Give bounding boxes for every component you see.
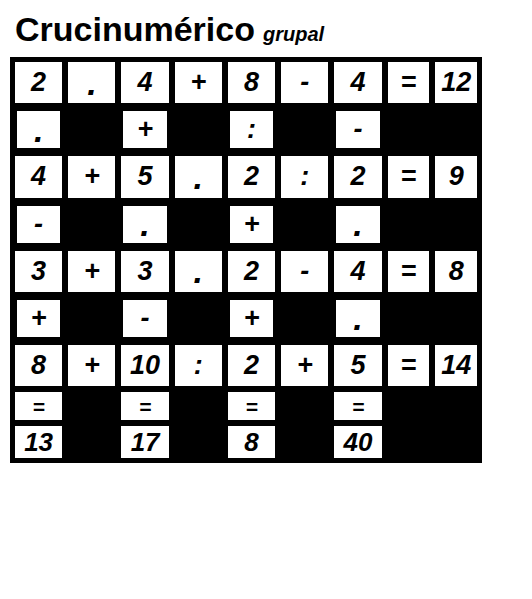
puzzle-cell-r5c2: + xyxy=(65,248,118,295)
puzzle-cell-r9c7: 40 xyxy=(331,423,384,461)
puzzle-cell-r8c3: = xyxy=(118,389,171,423)
page-title: Crucinuméricogrupal xyxy=(15,10,324,49)
puzzle-cell-r2c7: - xyxy=(333,108,382,151)
blocked-cell-r6c2 xyxy=(65,295,118,342)
blocked-cell-r9c6 xyxy=(278,423,331,461)
puzzle-cell-r5c5: 2 xyxy=(225,248,278,295)
puzzle-cell-r6c3: - xyxy=(120,297,169,340)
puzzle-cell-r2c1: . xyxy=(14,108,63,151)
puzzle-cell-r8c1: = xyxy=(12,389,65,423)
puzzle-cell-r7c2: + xyxy=(65,342,118,389)
puzzle-cell-r3c1: 4 xyxy=(12,153,65,200)
blocked-cell-r8c6 xyxy=(278,389,331,423)
blocked-cell-r6c9 xyxy=(432,295,480,342)
puzzle-cell-r8c7: = xyxy=(331,389,384,423)
puzzle-cell-r3c9: 9 xyxy=(432,153,480,200)
puzzle-cell-r7c5: 2 xyxy=(225,342,278,389)
blocked-cell-r8c9 xyxy=(432,389,480,423)
puzzle-grid: 2.4+8-4=12.+:-4+5.2:2=9-.+.3+3.2-4=8+-+.… xyxy=(10,57,482,463)
blocked-cell-r6c4 xyxy=(172,295,225,342)
puzzle-cell-r7c6: + xyxy=(278,342,331,389)
blocked-cell-r9c9 xyxy=(432,423,480,461)
blocked-cell-r4c6 xyxy=(278,201,331,248)
puzzle-cell-r1c7: 4 xyxy=(331,59,384,106)
puzzle-cell-r3c4: . xyxy=(172,153,225,200)
blocked-cell-r2c6 xyxy=(278,106,331,153)
puzzle-cell-r6c7: . xyxy=(333,297,382,340)
blocked-cell-r2c4 xyxy=(172,106,225,153)
puzzle-cell-r5c9: 8 xyxy=(432,248,480,295)
title-subtitle: grupal xyxy=(263,23,324,45)
puzzle-cell-r1c9: 12 xyxy=(432,59,480,106)
puzzle-cell-r5c1: 3 xyxy=(12,248,65,295)
blocked-cell-r9c8 xyxy=(385,423,433,461)
puzzle-cell-r5c7: 4 xyxy=(331,248,384,295)
blocked-cell-r8c8 xyxy=(385,389,433,423)
puzzle-cell-r7c8: = xyxy=(385,342,433,389)
puzzle-cell-r4c3: . xyxy=(120,203,169,246)
puzzle-cell-r3c7: 2 xyxy=(331,153,384,200)
blocked-cell-r2c9 xyxy=(432,106,480,153)
puzzle-cell-r6c1: + xyxy=(14,297,63,340)
title-main: Crucinumérico xyxy=(15,10,255,48)
puzzle-cell-r5c8: = xyxy=(385,248,433,295)
puzzle-cell-r2c3: + xyxy=(120,108,169,151)
blocked-cell-r2c8 xyxy=(385,106,433,153)
puzzle-cell-r4c5: + xyxy=(227,203,276,246)
puzzle-cell-r2c5: : xyxy=(227,108,276,151)
blocked-cell-r2c2 xyxy=(65,106,118,153)
blocked-cell-r6c6 xyxy=(278,295,331,342)
puzzle-cell-r5c4: . xyxy=(172,248,225,295)
puzzle-cell-r5c3: 3 xyxy=(118,248,171,295)
blocked-cell-r6c8 xyxy=(385,295,433,342)
puzzle-cell-r9c3: 17 xyxy=(118,423,171,461)
puzzle-cell-r7c7: 5 xyxy=(331,342,384,389)
blocked-cell-r4c4 xyxy=(172,201,225,248)
blocked-cell-r9c4 xyxy=(172,423,225,461)
worksheet-page: Crucinuméricogrupal 2.4+8-4=12.+:-4+5.2:… xyxy=(0,0,532,599)
blocked-cell-r4c9 xyxy=(432,201,480,248)
puzzle-cell-r7c4: : xyxy=(172,342,225,389)
blocked-cell-r4c8 xyxy=(385,201,433,248)
puzzle-cell-r1c6: - xyxy=(278,59,331,106)
puzzle-cell-r7c3: 10 xyxy=(118,342,171,389)
puzzle-cell-r1c1: 2 xyxy=(12,59,65,106)
puzzle-cell-r7c9: 14 xyxy=(432,342,480,389)
blocked-cell-r8c2 xyxy=(65,389,118,423)
puzzle-cell-r3c8: = xyxy=(385,153,433,200)
puzzle-cell-r1c4: + xyxy=(172,59,225,106)
puzzle-cell-r8c5: = xyxy=(225,389,278,423)
puzzle-cell-r1c3: 4 xyxy=(118,59,171,106)
puzzle-cell-r5c6: - xyxy=(278,248,331,295)
blocked-cell-r4c2 xyxy=(65,201,118,248)
puzzle-cell-r1c8: = xyxy=(385,59,433,106)
puzzle-cell-r4c7: . xyxy=(333,203,382,246)
puzzle-cell-r3c2: + xyxy=(65,153,118,200)
puzzle-cell-r6c5: + xyxy=(227,297,276,340)
blocked-cell-r8c4 xyxy=(172,389,225,423)
puzzle-cell-r3c5: 2 xyxy=(225,153,278,200)
puzzle-cell-r1c5: 8 xyxy=(225,59,278,106)
puzzle-cell-r3c6: : xyxy=(278,153,331,200)
puzzle-cell-r3c3: 5 xyxy=(118,153,171,200)
puzzle-cell-r1c2: . xyxy=(65,59,118,106)
puzzle-cell-r9c5: 8 xyxy=(225,423,278,461)
puzzle-cell-r4c1: - xyxy=(14,203,63,246)
blocked-cell-r9c2 xyxy=(65,423,118,461)
puzzle-cell-r9c1: 13 xyxy=(12,423,65,461)
puzzle-cell-r7c1: 8 xyxy=(12,342,65,389)
